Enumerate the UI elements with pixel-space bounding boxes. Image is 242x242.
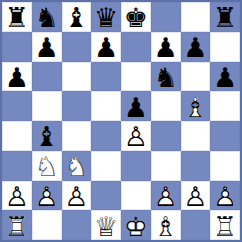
piece-black-knight[interactable]: ♞♘ (151, 62, 181, 92)
square-g6[interactable] (181, 62, 211, 92)
square-d7[interactable]: ♟♙ (91, 32, 121, 62)
piece-white-pawn[interactable]: ♟♙ (210, 181, 240, 211)
piece-outline-glyph: ♙ (35, 182, 59, 209)
square-h4[interactable] (210, 121, 240, 151)
piece-white-queen[interactable]: ♛♕ (91, 210, 121, 240)
square-e4[interactable]: ♟♙ (121, 121, 151, 151)
square-f4[interactable] (151, 121, 181, 151)
piece-fill-glyph: ♝ (64, 4, 88, 31)
piece-white-pawn[interactable]: ♟♙ (62, 181, 92, 211)
square-c3[interactable]: ♞♘ (62, 151, 92, 181)
square-a5[interactable] (2, 91, 32, 121)
piece-white-bishop[interactable]: ♝♗ (151, 210, 181, 240)
piece-white-bishop[interactable]: ♝♗ (181, 91, 211, 121)
square-b4[interactable]: ♝♗ (32, 121, 62, 151)
piece-white-knight[interactable]: ♞♘ (62, 151, 92, 181)
piece-outline-glyph: ♕ (94, 212, 118, 239)
square-d4[interactable] (91, 121, 121, 151)
square-f8[interactable] (151, 2, 181, 32)
square-g4[interactable] (181, 121, 211, 151)
square-e1[interactable]: ♚♔ (121, 210, 151, 240)
piece-fill-glyph: ♟ (213, 63, 237, 90)
square-c8[interactable]: ♝♗ (62, 2, 92, 32)
square-g1[interactable] (181, 210, 211, 240)
square-g2[interactable]: ♟♙ (181, 181, 211, 211)
square-b6[interactable] (32, 62, 62, 92)
square-c5[interactable] (62, 91, 92, 121)
square-a8[interactable]: ♜♖ (2, 2, 32, 32)
piece-black-queen[interactable]: ♛♕ (91, 2, 121, 32)
square-h3[interactable] (210, 151, 240, 181)
square-e3[interactable] (121, 151, 151, 181)
piece-outline-glyph: ♗ (154, 212, 178, 239)
square-c1[interactable] (62, 210, 92, 240)
square-h2[interactable]: ♟♙ (210, 181, 240, 211)
piece-white-pawn[interactable]: ♟♙ (32, 181, 62, 211)
piece-fill-glyph: ♟ (124, 93, 148, 120)
square-b7[interactable]: ♟♙ (32, 32, 62, 62)
square-f2[interactable]: ♟♙ (151, 181, 181, 211)
piece-outline-glyph: ♘ (35, 153, 59, 180)
square-e7[interactable] (121, 32, 151, 62)
square-h6[interactable]: ♟♙ (210, 62, 240, 92)
square-b3[interactable]: ♞♘ (32, 151, 62, 181)
piece-fill-glyph: ♚ (124, 4, 148, 31)
piece-outline-glyph: ♙ (213, 182, 237, 209)
piece-fill-glyph: ♞ (35, 4, 59, 31)
piece-outline-glyph: ♙ (64, 182, 88, 209)
piece-white-rook[interactable]: ♜♖ (210, 210, 240, 240)
square-b8[interactable]: ♞♘ (32, 2, 62, 32)
piece-black-bishop[interactable]: ♝♗ (32, 121, 62, 151)
piece-fill-glyph: ♟ (183, 34, 207, 61)
piece-black-pawn[interactable]: ♟♙ (181, 32, 211, 62)
square-g7[interactable]: ♟♙ (181, 32, 211, 62)
piece-black-pawn[interactable]: ♟♙ (91, 32, 121, 62)
square-d8[interactable]: ♛♕ (91, 2, 121, 32)
square-a1[interactable]: ♜♖ (2, 210, 32, 240)
piece-white-pawn[interactable]: ♟♙ (181, 181, 211, 211)
square-b1[interactable] (32, 210, 62, 240)
square-h1[interactable]: ♜♖ (210, 210, 240, 240)
piece-outline-glyph: ♖ (213, 212, 237, 239)
square-f3[interactable] (151, 151, 181, 181)
square-f5[interactable] (151, 91, 181, 121)
piece-white-pawn[interactable]: ♟♙ (151, 181, 181, 211)
piece-fill-glyph: ♟ (154, 34, 178, 61)
square-d1[interactable]: ♛♕ (91, 210, 121, 240)
piece-fill-glyph: ♟ (5, 63, 29, 90)
square-f7[interactable]: ♟♙ (151, 32, 181, 62)
piece-black-pawn[interactable]: ♟♙ (121, 91, 151, 121)
square-g3[interactable] (181, 151, 211, 181)
piece-fill-glyph: ♛ (94, 4, 118, 31)
chess-board: ♜♖♞♘♝♗♛♕♚♔♜♖♟♙♟♙♟♙♟♙♟♙♞♘♟♙♟♙♝♗♝♗♟♙♞♘♞♘♟♙… (0, 0, 242, 242)
piece-white-king[interactable]: ♚♔ (121, 210, 151, 240)
square-a7[interactable] (2, 32, 32, 62)
piece-black-pawn[interactable]: ♟♙ (32, 32, 62, 62)
piece-outline-glyph: ♙ (183, 182, 207, 209)
square-h5[interactable] (210, 91, 240, 121)
square-c4[interactable] (62, 121, 92, 151)
piece-white-knight[interactable]: ♞♘ (32, 151, 62, 181)
square-d2[interactable] (91, 181, 121, 211)
piece-white-pawn[interactable]: ♟♙ (2, 181, 32, 211)
square-c6[interactable] (62, 62, 92, 92)
square-d5[interactable] (91, 91, 121, 121)
piece-fill-glyph: ♝ (35, 123, 59, 150)
piece-outline-glyph: ♙ (154, 182, 178, 209)
square-a3[interactable] (2, 151, 32, 181)
piece-outline-glyph: ♘ (64, 153, 88, 180)
square-b5[interactable] (32, 91, 62, 121)
square-a2[interactable]: ♟♙ (2, 181, 32, 211)
square-c7[interactable] (62, 32, 92, 62)
piece-fill-glyph: ♜ (213, 4, 237, 31)
piece-fill-glyph: ♟ (35, 34, 59, 61)
square-g5[interactable]: ♝♗ (181, 91, 211, 121)
piece-black-king[interactable]: ♚♔ (121, 2, 151, 32)
square-d3[interactable] (91, 151, 121, 181)
piece-outline-glyph: ♙ (5, 182, 29, 209)
piece-black-knight[interactable]: ♞♘ (32, 2, 62, 32)
piece-outline-glyph: ♙ (124, 123, 148, 150)
piece-black-rook[interactable]: ♜♖ (2, 2, 32, 32)
piece-fill-glyph: ♞ (154, 63, 178, 90)
square-c2[interactable]: ♟♙ (62, 181, 92, 211)
square-e8[interactable]: ♚♔ (121, 2, 151, 32)
piece-fill-glyph: ♟ (94, 34, 118, 61)
piece-black-pawn[interactable]: ♟♙ (2, 62, 32, 92)
square-e2[interactable] (121, 181, 151, 211)
square-e5[interactable]: ♟♙ (121, 91, 151, 121)
square-h7[interactable] (210, 32, 240, 62)
piece-outline-glyph: ♗ (183, 93, 207, 120)
square-d6[interactable] (91, 62, 121, 92)
square-f1[interactable]: ♝♗ (151, 210, 181, 240)
piece-outline-glyph: ♖ (5, 212, 29, 239)
piece-white-rook[interactable]: ♜♖ (2, 210, 32, 240)
square-a4[interactable] (2, 121, 32, 151)
piece-outline-glyph: ♔ (124, 212, 148, 239)
piece-black-pawn[interactable]: ♟♙ (151, 32, 181, 62)
piece-black-bishop[interactable]: ♝♗ (62, 2, 92, 32)
piece-black-rook[interactable]: ♜♖ (210, 2, 240, 32)
piece-black-pawn[interactable]: ♟♙ (210, 62, 240, 92)
square-g8[interactable] (181, 2, 211, 32)
square-e6[interactable] (121, 62, 151, 92)
square-f6[interactable]: ♞♘ (151, 62, 181, 92)
square-a6[interactable]: ♟♙ (2, 62, 32, 92)
square-b2[interactable]: ♟♙ (32, 181, 62, 211)
piece-fill-glyph: ♜ (5, 4, 29, 31)
square-h8[interactable]: ♜♖ (210, 2, 240, 32)
piece-white-pawn[interactable]: ♟♙ (121, 121, 151, 151)
